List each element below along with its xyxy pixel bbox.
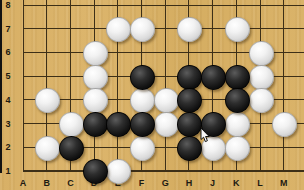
white-stone-D4[interactable] xyxy=(83,88,108,113)
col-label-G: G xyxy=(157,178,173,188)
white-stone-G3[interactable] xyxy=(154,112,179,137)
black-stone-H2[interactable] xyxy=(177,136,202,161)
col-label-A: A xyxy=(15,178,31,188)
white-stone-D6[interactable] xyxy=(83,41,108,66)
white-stone-K2[interactable] xyxy=(225,136,250,161)
row-label-6: 6 xyxy=(0,47,16,57)
black-stone-K5[interactable] xyxy=(225,65,250,90)
row-label-4: 4 xyxy=(0,95,16,105)
col-label-C: C xyxy=(62,178,78,188)
black-stone-D1[interactable] xyxy=(83,159,108,184)
white-stone-J2[interactable] xyxy=(201,136,226,161)
white-stone-G4[interactable] xyxy=(154,88,179,113)
row-label-1: 1 xyxy=(0,166,16,176)
white-stone-F2[interactable] xyxy=(130,136,155,161)
white-stone-K3[interactable] xyxy=(225,112,250,137)
col-label-B: B xyxy=(39,178,55,188)
col-label-M: M xyxy=(276,178,292,188)
col-label-F: F xyxy=(134,178,150,188)
white-stone-L4[interactable] xyxy=(249,88,274,113)
white-stone-B2[interactable] xyxy=(35,136,60,161)
black-stone-J3[interactable] xyxy=(201,112,226,137)
col-label-K: K xyxy=(228,178,244,188)
black-stone-J5[interactable] xyxy=(201,65,226,90)
white-stone-D5[interactable] xyxy=(83,65,108,90)
white-stone-L6[interactable] xyxy=(249,41,274,66)
white-stone-C3[interactable] xyxy=(59,112,84,137)
black-stone-F3[interactable] xyxy=(130,112,155,137)
black-stone-K4[interactable] xyxy=(225,88,250,113)
black-stone-H5[interactable] xyxy=(177,65,202,90)
row-label-3: 3 xyxy=(0,119,16,129)
col-label-J: J xyxy=(205,178,221,188)
row-label-8: 8 xyxy=(0,0,16,10)
black-stone-F5[interactable] xyxy=(130,65,155,90)
black-stone-C2[interactable] xyxy=(59,136,84,161)
white-stone-L5[interactable] xyxy=(249,65,274,90)
go-board[interactable]: 87654321 ABCDEFGHJKLM xyxy=(0,0,304,190)
row-label-7: 7 xyxy=(0,24,16,34)
col-label-H: H xyxy=(181,178,197,188)
black-stone-D3[interactable] xyxy=(83,112,108,137)
row-label-5: 5 xyxy=(0,71,16,81)
row-label-2: 2 xyxy=(0,142,16,152)
white-stone-K7[interactable] xyxy=(225,17,250,42)
col-label-L: L xyxy=(252,178,268,188)
